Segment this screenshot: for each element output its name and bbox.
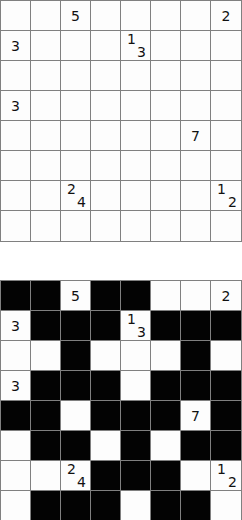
solution-cell-r8c1	[1, 491, 31, 520]
puzzle-cell-r2c2[interactable]	[31, 31, 61, 61]
solution-cell-r7c2	[31, 461, 61, 491]
puzzle-cell-r1c1[interactable]	[1, 1, 31, 31]
solution-cell-r6c1	[1, 431, 31, 461]
solution-cell-r8c6	[151, 491, 181, 520]
solution-cell-r1c8: 2	[211, 281, 241, 311]
puzzle-cell-r2c5: 13	[121, 31, 151, 61]
solution-cell-r3c4	[91, 341, 121, 371]
solution-grid: 52313372412	[0, 280, 242, 520]
puzzle-cell-r1c7[interactable]	[181, 1, 211, 31]
solution-cell-r6c7	[181, 431, 211, 461]
solution-cell-r8c7	[181, 491, 211, 520]
puzzle-cell-r4c3[interactable]	[61, 91, 91, 121]
puzzle-cell-r6c5[interactable]	[121, 151, 151, 181]
puzzle-cell-r5c6[interactable]	[151, 121, 181, 151]
solution-cell-r7c7	[181, 461, 211, 491]
clue-value: 3	[1, 311, 30, 340]
puzzle-cell-r3c7[interactable]	[181, 61, 211, 91]
puzzle-cell-r4c2[interactable]	[31, 91, 61, 121]
clue-value: 1	[217, 462, 226, 476]
solution-cell-r4c8	[211, 371, 241, 401]
clue-value: 2	[67, 462, 76, 476]
puzzle-cell-r1c6[interactable]	[151, 1, 181, 31]
solution-cell-r7c4	[91, 461, 121, 491]
puzzle-cell-r2c7[interactable]	[181, 31, 211, 61]
puzzle-cell-r7c3: 24	[61, 181, 91, 211]
puzzle-cell-r4c8[interactable]	[211, 91, 241, 121]
puzzle-cell-r5c2[interactable]	[31, 121, 61, 151]
solution-cell-r7c1	[1, 461, 31, 491]
solution-cell-r5c2	[31, 401, 61, 431]
clue-value: 3	[1, 91, 30, 120]
solution-cell-r1c1	[1, 281, 31, 311]
clue-value: 2	[228, 475, 237, 489]
puzzle-cell-r7c7[interactable]	[181, 181, 211, 211]
puzzle-cell-r2c4[interactable]	[91, 31, 121, 61]
solution-cell-r6c6	[151, 431, 181, 461]
puzzle-cell-r6c1[interactable]	[1, 151, 31, 181]
clue-value: 3	[137, 45, 146, 59]
puzzle-cell-r3c1[interactable]	[1, 61, 31, 91]
solution-cell-r7c5	[121, 461, 151, 491]
clue-value: 3	[137, 325, 146, 339]
solution-cell-r2c8	[211, 311, 241, 341]
clue-value: 2	[67, 182, 76, 196]
solution-cell-r2c5: 13	[121, 311, 151, 341]
solution-cell-r1c2	[31, 281, 61, 311]
solution-cell-r2c7	[181, 311, 211, 341]
puzzle-cell-r5c3[interactable]	[61, 121, 91, 151]
puzzle-cell-r3c2[interactable]	[31, 61, 61, 91]
solution-cell-r2c4	[91, 311, 121, 341]
puzzle-cell-r1c8: 2	[211, 1, 241, 31]
solution-cell-r1c5	[121, 281, 151, 311]
solution-cell-r8c8	[211, 491, 241, 520]
solution-cell-r2c2	[31, 311, 61, 341]
solution-cell-r4c7	[181, 371, 211, 401]
clue-value: 2	[211, 281, 241, 310]
clue-value: 2	[211, 1, 241, 30]
tapa-board: 52313372412 52313372412	[0, 0, 242, 520]
clue-value: 3	[1, 31, 30, 60]
puzzle-cell-r8c7[interactable]	[181, 211, 211, 241]
solution-cell-r4c3	[61, 371, 91, 401]
solution-cell-r4c1: 3	[1, 371, 31, 401]
solution-cell-r5c7: 7	[181, 401, 211, 431]
clue-value: 1	[127, 32, 136, 46]
puzzle-cell-r3c6[interactable]	[151, 61, 181, 91]
puzzle-cell-r3c4[interactable]	[91, 61, 121, 91]
solution-cell-r7c8: 12	[211, 461, 241, 491]
solution-cell-r2c3	[61, 311, 91, 341]
solution-cell-r4c5	[121, 371, 151, 401]
solution-cell-r3c3	[61, 341, 91, 371]
solution-cell-r6c8	[211, 431, 241, 461]
solution-cell-r7c6	[151, 461, 181, 491]
solution-cell-r8c5	[121, 491, 151, 520]
solution-cell-r1c4	[91, 281, 121, 311]
puzzle-cell-r1c5[interactable]	[121, 1, 151, 31]
puzzle-cell-r7c8: 12	[211, 181, 241, 211]
puzzle-cell-r2c8[interactable]	[211, 31, 241, 61]
puzzle-cell-r6c7[interactable]	[181, 151, 211, 181]
puzzle-cell-r4c6[interactable]	[151, 91, 181, 121]
puzzle-cell-r5c5[interactable]	[121, 121, 151, 151]
solution-cell-r5c6	[151, 401, 181, 431]
solution-cell-r2c1: 3	[1, 311, 31, 341]
solution-cell-r4c4	[91, 371, 121, 401]
solution-cell-r7c3: 24	[61, 461, 91, 491]
puzzle-cell-r4c5[interactable]	[121, 91, 151, 121]
clue-value: 4	[77, 475, 86, 489]
solution-cell-r5c4	[91, 401, 121, 431]
puzzle-cell-r8c6[interactable]	[151, 211, 181, 241]
solution-cell-r5c1	[1, 401, 31, 431]
grid-separator	[0, 242, 242, 280]
solution-cell-r5c5	[121, 401, 151, 431]
solution-cell-r1c6	[151, 281, 181, 311]
puzzle-cell-r3c3[interactable]	[61, 61, 91, 91]
solution-cell-r3c2	[31, 341, 61, 371]
solution-cell-r1c3: 5	[61, 281, 91, 311]
puzzle-cell-r7c6[interactable]	[151, 181, 181, 211]
puzzle-cell-r6c2[interactable]	[31, 151, 61, 181]
puzzle-cell-r5c8[interactable]	[211, 121, 241, 151]
clue-value: 5	[61, 1, 90, 30]
solution-cell-r6c5	[121, 431, 151, 461]
clue-value: 2	[228, 195, 237, 209]
solution-cell-r6c2	[31, 431, 61, 461]
puzzle-cell-r7c4[interactable]	[91, 181, 121, 211]
solution-cell-r4c2	[31, 371, 61, 401]
solution-cell-r8c4	[91, 491, 121, 520]
puzzle-cell-r2c3[interactable]	[61, 31, 91, 61]
puzzle-cell-r8c4[interactable]	[91, 211, 121, 241]
puzzle-cell-r3c5[interactable]	[121, 61, 151, 91]
solution-cell-r3c6	[151, 341, 181, 371]
puzzle-grid: 52313372412	[0, 0, 242, 242]
puzzle-cell-r4c7[interactable]	[181, 91, 211, 121]
puzzle-cell-r6c3[interactable]	[61, 151, 91, 181]
puzzle-cell-r8c5[interactable]	[121, 211, 151, 241]
solution-cell-r8c3	[61, 491, 91, 520]
puzzle-cell-r1c3: 5	[61, 1, 91, 31]
solution-cell-r4c6	[151, 371, 181, 401]
solution-cell-r8c2	[31, 491, 61, 520]
solution-cell-r1c7	[181, 281, 211, 311]
puzzle-cell-r5c4[interactable]	[91, 121, 121, 151]
clue-value: 1	[127, 312, 136, 326]
solution-cell-r6c3	[61, 431, 91, 461]
puzzle-cell-r5c1[interactable]	[1, 121, 31, 151]
puzzle-cell-r3c8[interactable]	[211, 61, 241, 91]
clue-value: 7	[181, 121, 210, 150]
puzzle-cell-r1c4[interactable]	[91, 1, 121, 31]
solution-cell-r6c4	[91, 431, 121, 461]
puzzle-cell-r8c2[interactable]	[31, 211, 61, 241]
solution-cell-r3c8	[211, 341, 241, 371]
puzzle-cell-r7c5[interactable]	[121, 181, 151, 211]
solution-cell-r5c3	[61, 401, 91, 431]
clue-value: 4	[77, 195, 86, 209]
puzzle-cell-r2c1: 3	[1, 31, 31, 61]
solution-cell-r3c1	[1, 341, 31, 371]
puzzle-cell-r7c2[interactable]	[31, 181, 61, 211]
solution-cell-r3c7	[181, 341, 211, 371]
solution-cell-r3c5	[121, 341, 151, 371]
puzzle-cell-r7c1[interactable]	[1, 181, 31, 211]
clue-value: 1	[217, 182, 226, 196]
clue-value: 7	[181, 401, 210, 430]
puzzle-cell-r6c8[interactable]	[211, 151, 241, 181]
puzzle-cell-r1c2[interactable]	[31, 1, 61, 31]
puzzle-cell-r6c6[interactable]	[151, 151, 181, 181]
solution-cell-r5c8	[211, 401, 241, 431]
puzzle-cell-r8c3[interactable]	[61, 211, 91, 241]
puzzle-cell-r6c4[interactable]	[91, 151, 121, 181]
solution-cell-r2c6	[151, 311, 181, 341]
puzzle-cell-r2c6[interactable]	[151, 31, 181, 61]
puzzle-cell-r8c8[interactable]	[211, 211, 241, 241]
clue-value: 5	[61, 281, 90, 310]
clue-value: 3	[1, 371, 30, 400]
puzzle-cell-r5c7: 7	[181, 121, 211, 151]
puzzle-cell-r4c1: 3	[1, 91, 31, 121]
puzzle-cell-r4c4[interactable]	[91, 91, 121, 121]
puzzle-cell-r8c1[interactable]	[1, 211, 31, 241]
